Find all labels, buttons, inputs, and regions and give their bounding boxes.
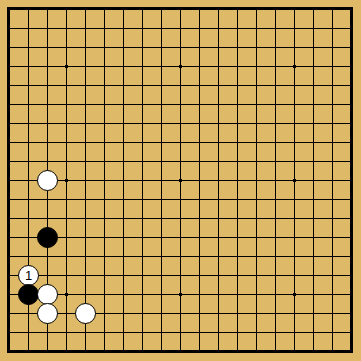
stone-white[interactable] <box>37 303 58 324</box>
stone-black[interactable] <box>18 284 39 305</box>
stone-white[interactable] <box>75 303 96 324</box>
board-grid[interactable]: 1 <box>9 9 352 352</box>
star-point <box>179 179 182 182</box>
stone-black[interactable] <box>37 227 58 248</box>
star-point <box>65 179 68 182</box>
star-point <box>293 293 296 296</box>
go-board[interactable]: 1 <box>0 0 361 361</box>
stone-white-numbered[interactable]: 1 <box>18 265 39 286</box>
stone-white[interactable] <box>37 170 58 191</box>
stone-move-number: 1 <box>25 269 32 282</box>
star-point <box>179 293 182 296</box>
star-point <box>65 65 68 68</box>
star-point <box>293 65 296 68</box>
star-point <box>293 179 296 182</box>
stone-white[interactable] <box>37 284 58 305</box>
star-point <box>65 293 68 296</box>
star-point <box>179 65 182 68</box>
